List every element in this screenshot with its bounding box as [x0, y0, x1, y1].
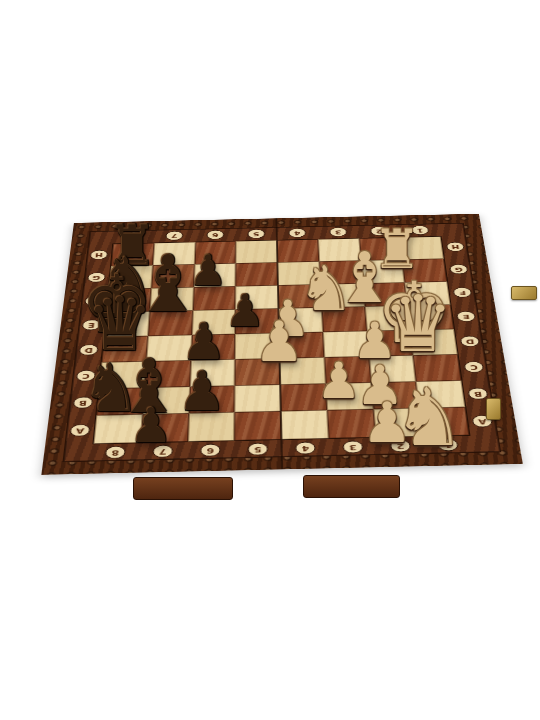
square-h4[interactable]	[277, 239, 319, 262]
square-f3[interactable]	[320, 283, 364, 307]
square-h3[interactable]	[318, 238, 361, 261]
square-f2[interactable]	[362, 282, 407, 306]
square-c1[interactable]	[413, 354, 461, 381]
square-d3[interactable]	[323, 331, 369, 357]
square-a5[interactable]	[234, 411, 281, 440]
square-c4[interactable]	[280, 357, 326, 384]
square-h1[interactable]	[400, 237, 444, 260]
square-d5[interactable]	[235, 333, 280, 359]
square-h2[interactable]	[359, 237, 402, 260]
square-c6[interactable]	[190, 359, 235, 386]
square-d6[interactable]	[191, 334, 236, 360]
square-f8[interactable]	[106, 288, 151, 313]
square-d4[interactable]	[279, 332, 324, 358]
square-e4[interactable]	[278, 308, 322, 333]
square-f1[interactable]	[405, 281, 451, 305]
square-f6[interactable]	[192, 286, 235, 311]
square-b8[interactable]	[96, 387, 144, 415]
square-a4[interactable]	[281, 410, 329, 439]
square-a3[interactable]	[327, 409, 375, 438]
square-d1[interactable]	[410, 329, 457, 355]
square-e2[interactable]	[364, 306, 410, 331]
square-c2[interactable]	[369, 355, 416, 382]
square-g7[interactable]	[151, 264, 194, 288]
square-h7[interactable]	[153, 242, 195, 265]
square-c8[interactable]	[99, 361, 146, 388]
square-b2[interactable]	[371, 381, 419, 409]
square-c3[interactable]	[324, 356, 371, 383]
chess-board: 88HH77GG66FF55EE44DD33CC22BB11AA	[41, 214, 522, 475]
square-a1[interactable]	[419, 407, 469, 436]
square-e5[interactable]	[235, 309, 279, 334]
square-b3[interactable]	[325, 382, 373, 410]
board-foot-1	[133, 477, 233, 500]
square-g1[interactable]	[402, 259, 447, 283]
square-h8[interactable]	[111, 243, 154, 266]
square-g4[interactable]	[277, 261, 320, 285]
square-b4[interactable]	[280, 383, 327, 411]
square-b7[interactable]	[142, 386, 189, 414]
square-h6[interactable]	[194, 241, 236, 264]
square-a7[interactable]	[141, 413, 189, 442]
square-d7[interactable]	[146, 335, 191, 361]
square-g6[interactable]	[193, 263, 235, 287]
square-c5[interactable]	[235, 358, 280, 385]
square-b5[interactable]	[235, 384, 281, 412]
square-e8[interactable]	[104, 312, 149, 337]
square-g8[interactable]	[109, 265, 153, 289]
chess-set-photo: 88HH77GG66FF55EE44DD33CC22BB11AA ♜♜♟♝♞♝♞…	[0, 0, 540, 720]
square-g3[interactable]	[319, 260, 362, 284]
square-e1[interactable]	[407, 305, 454, 330]
square-f4[interactable]	[278, 284, 322, 309]
square-e3[interactable]	[321, 307, 366, 332]
square-c7[interactable]	[144, 360, 190, 387]
brass-clasp-2	[486, 398, 501, 420]
square-f5[interactable]	[235, 285, 278, 310]
square-d8[interactable]	[102, 336, 148, 362]
square-b6[interactable]	[189, 385, 235, 413]
square-g2[interactable]	[361, 259, 405, 283]
square-e7[interactable]	[148, 311, 193, 336]
board-foot-2	[303, 475, 400, 498]
brass-clasp-1	[511, 286, 537, 300]
square-a8[interactable]	[94, 414, 143, 443]
square-e6[interactable]	[192, 310, 236, 335]
square-f7[interactable]	[149, 287, 193, 312]
square-g5[interactable]	[236, 262, 278, 286]
square-d2[interactable]	[366, 330, 413, 356]
square-a2[interactable]	[373, 408, 422, 437]
square-h5[interactable]	[236, 240, 278, 263]
square-a6[interactable]	[187, 412, 234, 441]
square-b1[interactable]	[416, 380, 465, 408]
